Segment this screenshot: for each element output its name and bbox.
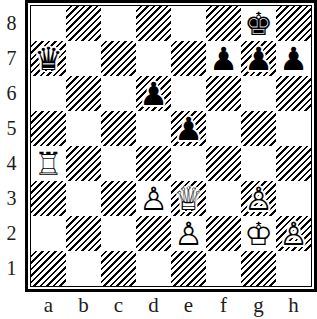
square-b3[interactable]: [66, 181, 101, 216]
square-f5[interactable]: [206, 111, 241, 146]
piece-white-queen-e3: ♕: [174, 183, 203, 215]
piece-white-pawn-e2: ♙: [174, 218, 203, 250]
square-g1[interactable]: [241, 251, 276, 286]
square-h7[interactable]: ♟: [276, 41, 311, 76]
square-d7[interactable]: [136, 41, 171, 76]
square-d6[interactable]: ♟: [136, 76, 171, 111]
piece-black-queen-a7: ♛: [34, 43, 63, 75]
piece-black-pawn-g7: ♟: [244, 43, 273, 75]
piece-white-pawn-g3: ♙: [244, 183, 273, 215]
square-b5[interactable]: [66, 111, 101, 146]
square-f8[interactable]: [206, 6, 241, 41]
piece-white-king-g2: ♔: [244, 218, 273, 250]
square-a3[interactable]: [31, 181, 66, 216]
file-label-d: d: [136, 293, 171, 318]
file-label-e: e: [171, 293, 206, 318]
square-h6[interactable]: [276, 76, 311, 111]
square-e1[interactable]: [171, 251, 206, 286]
square-b8[interactable]: [66, 6, 101, 41]
piece-black-pawn-h7: ♟: [279, 43, 308, 75]
square-h1[interactable]: [276, 251, 311, 286]
square-h8[interactable]: [276, 6, 311, 41]
rank-labels: 87654321: [0, 6, 23, 286]
square-h3[interactable]: [276, 181, 311, 216]
square-b2[interactable]: [66, 216, 101, 251]
square-d2[interactable]: [136, 216, 171, 251]
square-a5[interactable]: [31, 111, 66, 146]
square-f1[interactable]: [206, 251, 241, 286]
piece-black-king-g8: ♚: [244, 8, 273, 40]
square-c2[interactable]: [101, 216, 136, 251]
square-h2[interactable]: ♙: [276, 216, 311, 251]
square-a6[interactable]: [31, 76, 66, 111]
file-label-g: g: [241, 293, 276, 318]
square-g8[interactable]: ♚: [241, 6, 276, 41]
square-b1[interactable]: [66, 251, 101, 286]
file-label-f: f: [206, 293, 241, 318]
square-a7[interactable]: ♛: [31, 41, 66, 76]
file-label-h: h: [276, 293, 311, 318]
square-a2[interactable]: [31, 216, 66, 251]
square-d5[interactable]: [136, 111, 171, 146]
board-frame: ♚♛♟♟♟♟♟♖♙♕♙♙♔♙: [25, 0, 317, 292]
square-a1[interactable]: [31, 251, 66, 286]
rank-label-6: 6: [0, 76, 23, 111]
square-e6[interactable]: [171, 76, 206, 111]
square-c5[interactable]: [101, 111, 136, 146]
square-c1[interactable]: [101, 251, 136, 286]
square-e2[interactable]: ♙: [171, 216, 206, 251]
board-inner-border: ♚♛♟♟♟♟♟♖♙♕♙♙♔♙: [30, 5, 312, 287]
piece-white-pawn-d3: ♙: [139, 183, 168, 215]
square-f7[interactable]: ♟: [206, 41, 241, 76]
piece-white-pawn-h2: ♙: [279, 218, 308, 250]
square-c8[interactable]: [101, 6, 136, 41]
rank-label-5: 5: [0, 111, 23, 146]
square-g3[interactable]: ♙: [241, 181, 276, 216]
square-d3[interactable]: ♙: [136, 181, 171, 216]
square-b4[interactable]: [66, 146, 101, 181]
square-g6[interactable]: [241, 76, 276, 111]
square-g2[interactable]: ♔: [241, 216, 276, 251]
piece-black-pawn-e5: ♟: [174, 113, 203, 145]
square-f4[interactable]: [206, 146, 241, 181]
square-c7[interactable]: [101, 41, 136, 76]
square-c3[interactable]: [101, 181, 136, 216]
rank-label-3: 3: [0, 181, 23, 216]
square-e7[interactable]: [171, 41, 206, 76]
square-e5[interactable]: ♟: [171, 111, 206, 146]
file-label-a: a: [31, 293, 66, 318]
square-b6[interactable]: [66, 76, 101, 111]
rank-label-4: 4: [0, 146, 23, 181]
square-c4[interactable]: [101, 146, 136, 181]
square-e8[interactable]: [171, 6, 206, 41]
square-e3[interactable]: ♕: [171, 181, 206, 216]
square-h5[interactable]: [276, 111, 311, 146]
square-g7[interactable]: ♟: [241, 41, 276, 76]
file-label-c: c: [101, 293, 136, 318]
square-f3[interactable]: [206, 181, 241, 216]
file-labels: abcdefgh: [31, 293, 311, 318]
square-a8[interactable]: [31, 6, 66, 41]
square-c6[interactable]: [101, 76, 136, 111]
square-g4[interactable]: [241, 146, 276, 181]
rank-label-8: 8: [0, 6, 23, 41]
file-label-b: b: [66, 293, 101, 318]
piece-black-pawn-f7: ♟: [209, 43, 238, 75]
piece-black-pawn-d6: ♟: [139, 78, 168, 110]
chess-diagram: 87654321 ♚♛♟♟♟♟♟♖♙♕♙♙♔♙ abcdefgh: [0, 0, 317, 319]
square-d8[interactable]: [136, 6, 171, 41]
square-f6[interactable]: [206, 76, 241, 111]
rank-label-7: 7: [0, 41, 23, 76]
chess-board: ♚♛♟♟♟♟♟♖♙♕♙♙♔♙: [31, 6, 311, 286]
square-d4[interactable]: [136, 146, 171, 181]
square-a4[interactable]: ♖: [31, 146, 66, 181]
square-g5[interactable]: [241, 111, 276, 146]
square-f2[interactable]: [206, 216, 241, 251]
piece-white-rook-a4: ♖: [34, 148, 63, 180]
square-e4[interactable]: [171, 146, 206, 181]
square-b7[interactable]: [66, 41, 101, 76]
square-d1[interactable]: [136, 251, 171, 286]
rank-label-1: 1: [0, 251, 23, 286]
square-h4[interactable]: [276, 146, 311, 181]
rank-label-2: 2: [0, 216, 23, 251]
